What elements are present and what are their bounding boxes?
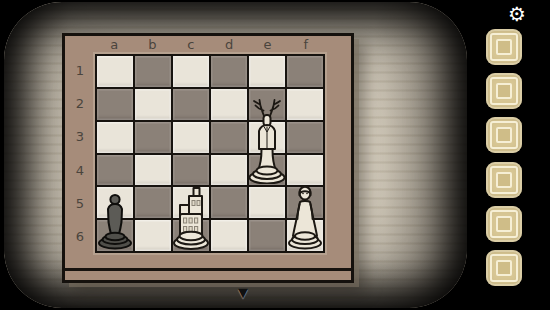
column-label-c: c: [172, 36, 210, 53]
square-b6[interactable]: [135, 220, 171, 251]
square-a2[interactable]: [97, 89, 133, 120]
inventory-slot-1[interactable]: [486, 29, 522, 65]
inventory-slot-5[interactable]: [486, 206, 522, 242]
square-d5[interactable]: [211, 187, 247, 218]
column-label-f: f: [287, 36, 325, 53]
square-b4[interactable]: [135, 155, 171, 186]
square-e5[interactable]: [249, 187, 285, 218]
square-a1[interactable]: [97, 56, 133, 87]
square-b5[interactable]: [135, 187, 171, 218]
row-label-1: 1: [65, 54, 95, 87]
column-label-d: d: [210, 36, 248, 53]
inventory-slot-2[interactable]: [486, 73, 522, 109]
square-d4[interactable]: [211, 155, 247, 186]
row-label-6: 6: [65, 220, 95, 253]
square-f1[interactable]: [287, 56, 323, 87]
piece-white-rook-c6[interactable]: [168, 186, 214, 250]
square-d1[interactable]: [211, 56, 247, 87]
row-label-4: 4: [65, 154, 95, 187]
square-a4[interactable]: [97, 155, 133, 186]
column-label-a: a: [95, 36, 133, 53]
row-label-5: 5: [65, 187, 95, 220]
piece-white-deer-king-e4[interactable]: [244, 96, 290, 184]
row-labels: 123456: [65, 54, 95, 253]
square-c1[interactable]: [173, 56, 209, 87]
board-ledge: [64, 268, 352, 271]
navigate-down-arrow[interactable]: ▼: [232, 285, 254, 300]
inventory-panel: [486, 0, 522, 310]
square-f2[interactable]: [287, 89, 323, 120]
inventory-slot-6[interactable]: [486, 250, 522, 286]
inventory-slot-3[interactable]: [486, 117, 522, 153]
inventory-slot-4[interactable]: [486, 162, 522, 198]
game-screen: abcdef 123456: [0, 0, 550, 310]
square-c2[interactable]: [173, 89, 209, 120]
square-d3[interactable]: [211, 122, 247, 153]
chess-board: abcdef 123456: [62, 33, 354, 283]
piece-black-man-a6[interactable]: [94, 192, 136, 250]
square-c4[interactable]: [173, 155, 209, 186]
square-b2[interactable]: [135, 89, 171, 120]
square-e1[interactable]: [249, 56, 285, 87]
square-a3[interactable]: [97, 122, 133, 153]
square-e6[interactable]: [249, 220, 285, 251]
square-d2[interactable]: [211, 89, 247, 120]
column-labels: abcdef: [95, 36, 325, 53]
square-d6[interactable]: [211, 220, 247, 251]
row-label-3: 3: [65, 120, 95, 153]
column-label-b: b: [133, 36, 171, 53]
square-b1[interactable]: [135, 56, 171, 87]
row-label-2: 2: [65, 87, 95, 120]
piece-white-queen-f6[interactable]: [285, 180, 325, 250]
column-label-e: e: [248, 36, 286, 53]
square-c3[interactable]: [173, 122, 209, 153]
square-b3[interactable]: [135, 122, 171, 153]
square-f3[interactable]: [287, 122, 323, 153]
